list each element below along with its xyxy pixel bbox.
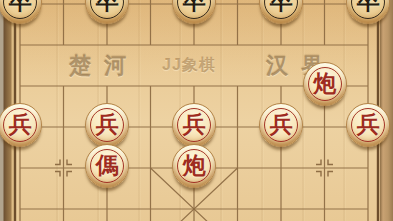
piece-glyph-卒: 卒 xyxy=(260,0,302,23)
piece-red-cannon[interactable]: 炮 xyxy=(172,144,216,188)
piece-glyph-兵: 兵 xyxy=(260,104,302,146)
piece-glyph-兵: 兵 xyxy=(0,104,41,146)
piece-glyph-兵: 兵 xyxy=(173,104,215,146)
piece-black-soldier[interactable]: 卒 xyxy=(346,0,390,24)
piece-black-soldier[interactable]: 卒 xyxy=(172,0,216,24)
piece-red-soldier[interactable]: 兵 xyxy=(85,103,129,147)
xiangqi-board: 楚河 JJ象棋 汉界 卒卒卒卒卒炮兵兵兵兵兵傌炮 xyxy=(0,0,393,221)
piece-glyph-傌: 傌 xyxy=(86,145,128,187)
piece-red-cannon[interactable]: 炮 xyxy=(303,62,347,106)
piece-black-soldier[interactable]: 卒 xyxy=(0,0,42,24)
piece-glyph-卒: 卒 xyxy=(347,0,389,23)
piece-red-soldier[interactable]: 兵 xyxy=(172,103,216,147)
piece-glyph-兵: 兵 xyxy=(347,104,389,146)
piece-black-soldier[interactable]: 卒 xyxy=(259,0,303,24)
piece-glyph-卒: 卒 xyxy=(86,0,128,23)
piece-red-soldier[interactable]: 兵 xyxy=(346,103,390,147)
piece-red-soldier[interactable]: 兵 xyxy=(259,103,303,147)
piece-red-soldier[interactable]: 兵 xyxy=(0,103,42,147)
piece-glyph-卒: 卒 xyxy=(0,0,41,23)
piece-glyph-卒: 卒 xyxy=(173,0,215,23)
piece-red-horse[interactable]: 傌 xyxy=(85,144,129,188)
piece-glyph-炮: 炮 xyxy=(173,145,215,187)
piece-black-soldier[interactable]: 卒 xyxy=(85,0,129,24)
pieces-layer: 卒卒卒卒卒炮兵兵兵兵兵傌炮 xyxy=(0,0,390,221)
piece-glyph-炮: 炮 xyxy=(304,63,346,105)
piece-glyph-兵: 兵 xyxy=(86,104,128,146)
